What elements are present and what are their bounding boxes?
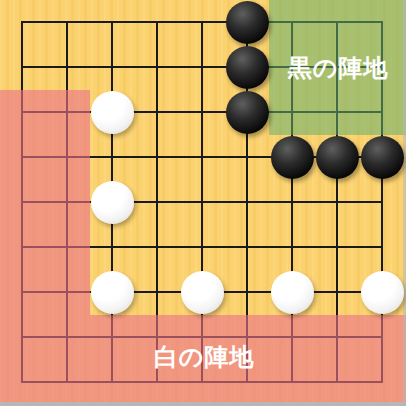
- black-stone: [316, 136, 359, 179]
- white-territory-overlay-left: [0, 90, 90, 406]
- board-bottom-edge-shadow: [0, 402, 406, 406]
- black-stone: [226, 46, 269, 89]
- go-board: 黒の陣地 白の陣地: [0, 0, 406, 406]
- black-stone: [361, 136, 404, 179]
- white-territory-label: 白の陣地: [154, 341, 255, 373]
- black-stone: [226, 1, 269, 44]
- white-stone: [181, 271, 224, 314]
- black-territory-label: 黒の陣地: [288, 52, 389, 84]
- white-stone: [91, 91, 134, 134]
- black-stone: [271, 136, 314, 179]
- white-stone: [91, 271, 134, 314]
- white-stone: [361, 271, 404, 314]
- white-stone: [271, 271, 314, 314]
- white-stone: [91, 181, 134, 224]
- black-stone: [226, 91, 269, 134]
